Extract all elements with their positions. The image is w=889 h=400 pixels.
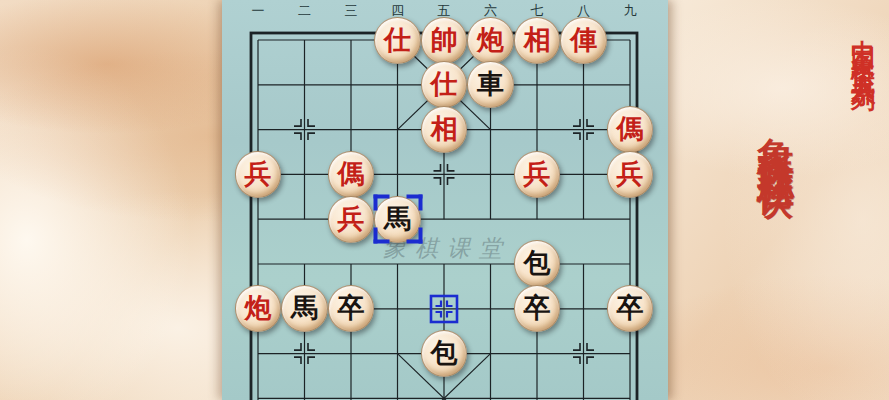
- piece-grid: 仕帥炮相俥仕車相傌兵傌兵兵兵馬包炮馬卒卒卒包: [235, 18, 654, 400]
- xiangqi-piece-red-advisor[interactable]: 仕: [421, 61, 468, 108]
- piece-character: 傌: [338, 160, 365, 187]
- piece-character: 卒: [338, 294, 365, 321]
- xiangqi-piece-red-horse[interactable]: 傌: [328, 151, 375, 198]
- xiangqi-piece-black-cannon[interactable]: 包: [514, 240, 561, 287]
- xiangqi-piece-black-pawn[interactable]: 卒: [514, 285, 561, 332]
- piece-character: 炮: [245, 294, 272, 321]
- xiangqi-piece-black-horse[interactable]: 馬: [281, 285, 328, 332]
- piece-character: 卒: [524, 294, 551, 321]
- book-title-text: 象棋速胜秘诀: [751, 108, 801, 162]
- xiangqi-piece-red-elephant[interactable]: 相: [514, 17, 561, 64]
- xiangqi-piece-red-advisor[interactable]: 仕: [374, 17, 421, 64]
- xiangqi-piece-black-pawn[interactable]: 卒: [328, 285, 375, 332]
- piece-character: 帥: [431, 26, 458, 53]
- piece-character: 馬: [291, 294, 318, 321]
- piece-character: 兵: [617, 160, 644, 187]
- piece-character: 仕: [431, 70, 458, 97]
- piece-character: 卒: [617, 294, 644, 321]
- xiangqi-piece-red-pawn[interactable]: 兵: [328, 196, 375, 243]
- piece-character: 傌: [617, 115, 644, 142]
- piece-character: 兵: [245, 160, 272, 187]
- xiangqi-board: 一二三四五六七八九 象棋课堂 仕帥炮相俥仕車相傌兵傌兵兵兵馬包炮馬卒卒卒包: [222, 0, 668, 400]
- piece-character: 相: [524, 26, 551, 53]
- piece-character: 兵: [524, 160, 551, 187]
- move-from-square-icon: [427, 292, 461, 326]
- piece-character: 仕: [384, 26, 411, 53]
- piece-character: 車: [477, 70, 504, 97]
- xiangqi-piece-black-horse[interactable]: 馬: [374, 196, 421, 243]
- xiangqi-piece-red-elephant[interactable]: 相: [421, 106, 468, 153]
- xiangqi-piece-black-pawn[interactable]: 卒: [607, 285, 654, 332]
- piece-character: 俥: [570, 26, 597, 53]
- series-title-text: 中国象棋宝典系列: [847, 20, 879, 76]
- marble-background: 一二三四五六七八九 象棋课堂 仕帥炮相俥仕車相傌兵傌兵兵兵馬包炮馬卒卒卒包 中国…: [0, 0, 889, 400]
- last-move-from-marker: [421, 286, 468, 331]
- xiangqi-piece-red-pawn[interactable]: 兵: [514, 151, 561, 198]
- xiangqi-piece-black-rook[interactable]: 車: [467, 61, 514, 108]
- piece-character: 兵: [338, 205, 365, 232]
- xiangqi-piece-red-pawn[interactable]: 兵: [607, 151, 654, 198]
- piece-character: 炮: [477, 26, 504, 53]
- piece-character: 包: [524, 249, 551, 276]
- xiangqi-piece-red-rook[interactable]: 俥: [560, 17, 607, 64]
- xiangqi-piece-black-cannon[interactable]: 包: [421, 330, 468, 377]
- xiangqi-piece-red-pawn[interactable]: 兵: [235, 151, 282, 198]
- xiangqi-piece-red-horse[interactable]: 傌: [607, 106, 654, 153]
- piece-character: 馬: [384, 205, 411, 232]
- xiangqi-piece-red-cannon[interactable]: 炮: [235, 285, 282, 332]
- xiangqi-piece-red-cannon[interactable]: 炮: [467, 17, 514, 64]
- piece-character: 相: [431, 115, 458, 142]
- piece-character: 包: [431, 339, 458, 366]
- xiangqi-piece-red-king[interactable]: 帥: [421, 17, 468, 64]
